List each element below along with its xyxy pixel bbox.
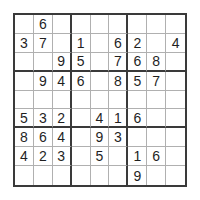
sudoku-cell-r5c4[interactable] [72, 91, 91, 110]
sudoku-cell-r7c1[interactable]: 8 [15, 128, 34, 147]
sudoku-page: 637162495768946857532416864934235169 [0, 0, 200, 200]
sudoku-cell-r9c1[interactable] [15, 166, 34, 185]
sudoku-cell-r7c6[interactable]: 3 [109, 128, 128, 147]
sudoku-cell-r6c3[interactable]: 2 [53, 109, 72, 128]
cell-digit: 2 [39, 149, 47, 163]
sudoku-cell-r7c8[interactable] [147, 128, 166, 147]
sudoku-cell-r8c2[interactable]: 2 [34, 147, 53, 166]
cell-digit: 8 [152, 54, 160, 68]
cell-digit: 2 [133, 36, 141, 50]
cell-digit: 3 [39, 111, 47, 125]
cell-digit: 7 [114, 54, 122, 68]
cell-digit: 7 [39, 36, 47, 50]
cell-digit: 6 [39, 17, 47, 31]
sudoku-cell-r8c3[interactable]: 3 [53, 147, 72, 166]
cell-digit: 2 [57, 111, 65, 125]
sudoku-cell-r5c3[interactable] [53, 91, 72, 110]
sudoku-cell-r3c7[interactable]: 6 [128, 53, 147, 72]
sudoku-cell-r6c5[interactable]: 4 [91, 109, 110, 128]
sudoku-cell-r5c1[interactable] [15, 91, 34, 110]
cell-digit: 1 [133, 149, 141, 163]
cell-digit: 5 [77, 54, 85, 68]
sudoku-cell-r2c7[interactable]: 2 [128, 34, 147, 53]
sudoku-cell-r9c9[interactable] [166, 166, 185, 185]
cell-digit: 9 [39, 74, 47, 88]
sudoku-cell-r4c5[interactable] [91, 72, 110, 91]
sudoku-cell-r1c2[interactable]: 6 [34, 15, 53, 34]
sudoku-cell-r4c2[interactable]: 9 [34, 72, 53, 91]
sudoku-cell-r8c8[interactable]: 6 [147, 147, 166, 166]
sudoku-cell-r6c4[interactable] [72, 109, 91, 128]
sudoku-cell-r4c6[interactable]: 8 [109, 72, 128, 91]
sudoku-cell-r6c1[interactable]: 5 [15, 109, 34, 128]
sudoku-cell-r2c1[interactable]: 3 [15, 34, 34, 53]
cell-digit: 6 [152, 149, 160, 163]
sudoku-cell-r6c9[interactable] [166, 109, 185, 128]
sudoku-cell-r8c4[interactable] [72, 147, 91, 166]
sudoku-cell-r4c8[interactable]: 7 [147, 72, 166, 91]
sudoku-cell-r7c5[interactable]: 9 [91, 128, 110, 147]
sudoku-cell-r3c9[interactable] [166, 53, 185, 72]
sudoku-cell-r1c7[interactable] [128, 15, 147, 34]
cell-digit: 3 [57, 149, 65, 163]
cell-digit: 6 [77, 74, 85, 88]
sudoku-cell-r5c2[interactable] [34, 91, 53, 110]
sudoku-cell-r9c3[interactable] [53, 166, 72, 185]
sudoku-cell-r4c9[interactable] [166, 72, 185, 91]
sudoku-cell-r7c4[interactable] [72, 128, 91, 147]
sudoku-cell-r6c8[interactable] [147, 109, 166, 128]
sudoku-cell-r2c5[interactable] [91, 34, 110, 53]
sudoku-cell-r3c8[interactable]: 8 [147, 53, 166, 72]
sudoku-cell-r4c3[interactable]: 4 [53, 72, 72, 91]
cell-digit: 5 [133, 74, 141, 88]
sudoku-cell-r7c7[interactable] [128, 128, 147, 147]
cell-digit: 8 [20, 130, 28, 144]
cell-digit: 9 [133, 169, 141, 183]
cell-digit: 5 [96, 149, 104, 163]
sudoku-cell-r9c7[interactable]: 9 [128, 166, 147, 185]
sudoku-cell-r2c2[interactable]: 7 [34, 34, 53, 53]
cell-digit: 4 [57, 130, 65, 144]
sudoku-cell-r1c6[interactable] [109, 15, 128, 34]
sudoku-cell-r4c1[interactable] [15, 72, 34, 91]
sudoku-cell-r6c7[interactable]: 6 [128, 109, 147, 128]
cell-digit: 3 [114, 130, 122, 144]
sudoku-cell-r5c5[interactable] [91, 91, 110, 110]
sudoku-cell-r2c4[interactable]: 1 [72, 34, 91, 53]
sudoku-cell-r2c6[interactable]: 6 [109, 34, 128, 53]
sudoku-cell-r9c2[interactable] [34, 166, 53, 185]
sudoku-cell-r9c4[interactable] [72, 166, 91, 185]
sudoku-cell-r1c4[interactable] [72, 15, 91, 34]
cell-digit: 9 [57, 54, 65, 68]
sudoku-cell-r8c6[interactable] [109, 147, 128, 166]
sudoku-cell-r1c1[interactable] [15, 15, 34, 34]
sudoku-cell-r8c9[interactable] [166, 147, 185, 166]
sudoku-cell-r4c7[interactable]: 5 [128, 72, 147, 91]
sudoku-cell-r3c6[interactable]: 7 [109, 53, 128, 72]
cell-digit: 4 [172, 36, 180, 50]
sudoku-cell-r9c8[interactable] [147, 166, 166, 185]
sudoku-cell-r8c7[interactable]: 1 [128, 147, 147, 166]
sudoku-cell-r7c3[interactable]: 4 [53, 128, 72, 147]
cell-digit: 3 [20, 36, 28, 50]
sudoku-cell-r3c2[interactable] [34, 53, 53, 72]
cell-digit: 6 [133, 111, 141, 125]
cell-digit: 4 [20, 149, 28, 163]
sudoku-cell-r5c6[interactable] [109, 91, 128, 110]
sudoku-cell-r8c1[interactable]: 4 [15, 147, 34, 166]
cell-digit: 6 [133, 54, 141, 68]
sudoku-cell-r5c7[interactable] [128, 91, 147, 110]
sudoku-cell-r7c9[interactable] [166, 128, 185, 147]
sudoku-cell-r1c9[interactable] [166, 15, 185, 34]
sudoku-cell-r9c6[interactable] [109, 166, 128, 185]
cell-digit: 4 [96, 111, 104, 125]
sudoku-cell-r1c5[interactable] [91, 15, 110, 34]
sudoku-cell-r2c8[interactable] [147, 34, 166, 53]
cell-digit: 7 [152, 74, 160, 88]
sudoku-cell-r1c8[interactable] [147, 15, 166, 34]
sudoku-cell-r3c4[interactable]: 5 [72, 53, 91, 72]
cell-digit: 9 [96, 130, 104, 144]
sudoku-cell-r6c2[interactable]: 3 [34, 109, 53, 128]
cell-digit: 6 [39, 130, 47, 144]
sudoku-board: 637162495768946857532416864934235169 [13, 13, 187, 187]
sudoku-cell-r3c3[interactable]: 9 [53, 53, 72, 72]
sudoku-cell-r5c8[interactable] [147, 91, 166, 110]
cell-digit: 1 [114, 111, 122, 125]
sudoku-cell-r3c5[interactable] [91, 53, 110, 72]
cell-digit: 8 [114, 74, 122, 88]
sudoku-cell-r3c1[interactable] [15, 53, 34, 72]
sudoku-cell-r1c3[interactable] [53, 15, 72, 34]
cell-digit: 5 [20, 111, 28, 125]
sudoku-cell-r9c5[interactable] [91, 166, 110, 185]
cell-digit: 1 [77, 36, 85, 50]
sudoku-cell-r2c3[interactable] [53, 34, 72, 53]
sudoku-cell-r2c9[interactable]: 4 [166, 34, 185, 53]
sudoku-cell-r4c4[interactable]: 6 [72, 72, 91, 91]
cell-digit: 4 [57, 74, 65, 88]
sudoku-cell-r8c5[interactable]: 5 [91, 147, 110, 166]
sudoku-cell-r5c9[interactable] [166, 91, 185, 110]
sudoku-cell-r6c6[interactable]: 1 [109, 109, 128, 128]
cell-digit: 6 [114, 36, 122, 50]
sudoku-cell-r7c2[interactable]: 6 [34, 128, 53, 147]
